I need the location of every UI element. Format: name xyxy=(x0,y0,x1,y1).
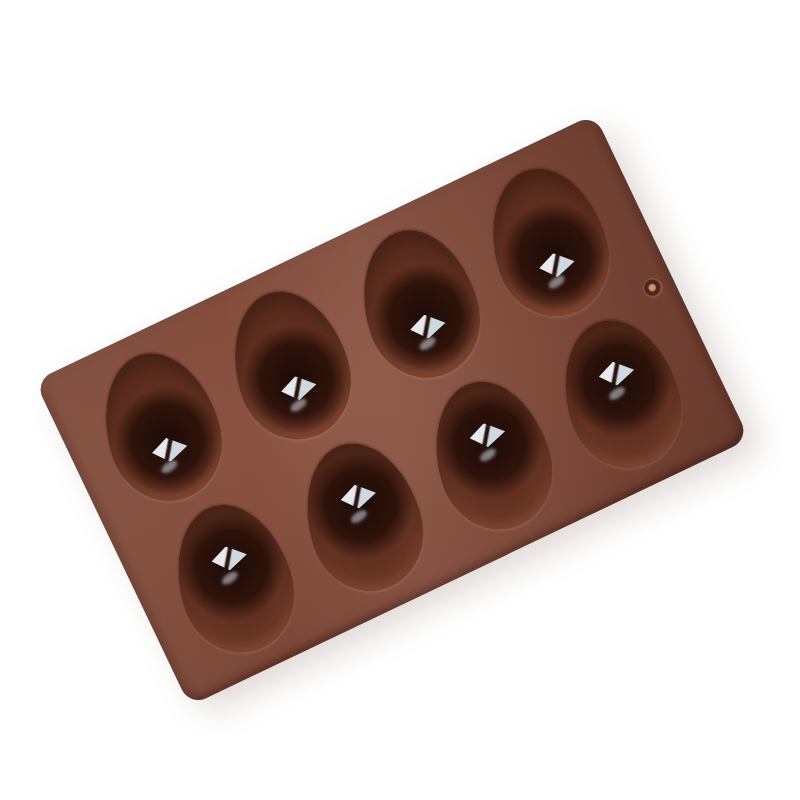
window-reflection-highlight xyxy=(595,360,635,387)
secondary-highlight xyxy=(349,508,369,526)
secondary-highlight xyxy=(219,569,239,587)
cavity-grid xyxy=(35,114,750,706)
egg-cavity-r1c2 xyxy=(216,277,366,453)
window-reflection-highlight xyxy=(337,483,377,510)
product-photo xyxy=(0,0,800,800)
egg-cavity-r1c3 xyxy=(345,216,495,392)
window-reflection-highlight xyxy=(208,545,248,572)
window-reflection-highlight xyxy=(278,375,318,402)
secondary-highlight xyxy=(159,458,179,476)
secondary-highlight xyxy=(417,335,437,353)
secondary-highlight xyxy=(478,446,498,464)
silicone-egg-mold xyxy=(35,114,750,706)
egg-cavity-r1c4 xyxy=(474,154,624,330)
window-reflection-highlight xyxy=(536,252,576,279)
secondary-highlight xyxy=(607,385,627,403)
egg-cavity-r2c2 xyxy=(288,429,438,605)
window-reflection-highlight xyxy=(466,422,506,449)
egg-cavity-r2c4 xyxy=(546,306,696,482)
egg-cavity-r2c3 xyxy=(417,367,567,543)
secondary-highlight xyxy=(288,396,308,414)
egg-cavity-r2c1 xyxy=(159,491,309,667)
secondary-highlight xyxy=(546,273,566,291)
window-reflection-highlight xyxy=(407,313,447,340)
window-reflection-highlight xyxy=(149,436,189,463)
egg-cavity-r1c1 xyxy=(87,339,237,515)
